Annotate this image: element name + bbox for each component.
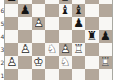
square-c5[interactable]: ♟♙ <box>32 17 45 30</box>
square-e1[interactable] <box>59 69 72 80</box>
white-rook[interactable]: ♜♖ <box>99 56 112 69</box>
piece-glyph: ♟ <box>100 30 111 43</box>
white-king[interactable]: ♚♔ <box>32 56 45 69</box>
square-h6[interactable] <box>99 4 112 17</box>
board-right-edge-line <box>112 0 113 80</box>
square-g4[interactable]: ♜ <box>85 30 98 43</box>
black-bishop[interactable]: ♝ <box>59 4 72 17</box>
square-g3[interactable] <box>85 43 98 56</box>
square-e5[interactable] <box>59 17 72 30</box>
square-b2[interactable] <box>18 56 31 69</box>
square-h4[interactable]: ♟ <box>99 30 112 43</box>
piece-glyph: ♖ <box>100 56 111 69</box>
square-d5[interactable] <box>45 17 58 30</box>
piece-glyph: ♖ <box>73 43 84 56</box>
white-pawn[interactable]: ♟♙ <box>5 56 18 69</box>
piece-glyph: ♙ <box>6 56 17 69</box>
piece-glyph: ♟ <box>20 4 31 17</box>
square-a5[interactable] <box>5 17 18 30</box>
square-c4[interactable] <box>32 30 45 43</box>
piece-glyph: ♟ <box>73 17 84 30</box>
square-d1[interactable] <box>45 69 58 80</box>
square-a6[interactable] <box>5 4 18 17</box>
piece-glyph: ♝ <box>60 4 71 17</box>
black-pawn[interactable]: ♟ <box>72 17 85 30</box>
square-b5[interactable] <box>18 17 31 30</box>
square-e6[interactable]: ♝ <box>59 4 72 17</box>
square-h1[interactable] <box>99 69 112 80</box>
black-rook[interactable]: ♜ <box>85 30 98 43</box>
square-f5[interactable]: ♟ <box>72 17 85 30</box>
square-g6[interactable] <box>85 4 98 17</box>
square-h2[interactable]: ♜♖ <box>99 56 112 69</box>
square-c2[interactable]: ♚♔ <box>32 56 45 69</box>
black-pawn[interactable]: ♟ <box>18 4 31 17</box>
square-f2[interactable] <box>72 56 85 69</box>
square-a2[interactable]: ♟♙ <box>5 56 18 69</box>
square-f3[interactable]: ♜♖ <box>72 43 85 56</box>
square-a1[interactable] <box>5 69 18 80</box>
square-b6[interactable]: ♟ <box>18 4 31 17</box>
square-b1[interactable] <box>18 69 31 80</box>
chess-diagram: 7654321 ♟♚♟♝♝♟♙♟♜♟♟♙♞♘♟♙♜♖♟♙♚♔♞♘♜♖ <box>0 0 120 80</box>
chess-board: ♟♚♟♝♝♟♙♟♜♟♟♙♞♘♟♙♜♖♟♙♚♔♞♘♜♖ <box>5 0 112 80</box>
board-left-edge-line <box>4 0 5 80</box>
square-b3[interactable]: ♟♙ <box>18 43 31 56</box>
piece-glyph: ♙ <box>20 43 31 56</box>
square-a4[interactable] <box>5 30 18 43</box>
square-g1[interactable] <box>85 69 98 80</box>
white-pawn[interactable]: ♟♙ <box>32 17 45 30</box>
square-f1[interactable] <box>72 69 85 80</box>
square-d2[interactable] <box>45 56 58 69</box>
square-d3[interactable]: ♞♘ <box>45 43 58 56</box>
white-knight[interactable]: ♞♘ <box>45 43 58 56</box>
piece-glyph: ♘ <box>46 43 57 56</box>
white-rook[interactable]: ♜♖ <box>72 43 85 56</box>
piece-glyph: ♘ <box>60 56 71 69</box>
square-d6[interactable] <box>45 4 58 17</box>
white-knight[interactable]: ♞♘ <box>59 56 72 69</box>
white-pawn[interactable]: ♟♙ <box>18 43 31 56</box>
piece-glyph: ♜ <box>87 30 98 43</box>
piece-glyph: ♙ <box>33 17 44 30</box>
square-g2[interactable] <box>85 56 98 69</box>
piece-glyph: ♔ <box>33 56 44 69</box>
square-e2[interactable]: ♞♘ <box>59 56 72 69</box>
square-c1[interactable] <box>32 69 45 80</box>
black-pawn[interactable]: ♟ <box>99 30 112 43</box>
